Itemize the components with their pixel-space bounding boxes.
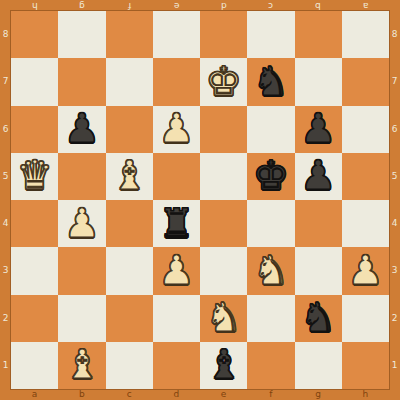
square-g5[interactable]: ♟ <box>295 153 342 200</box>
square-d4[interactable]: ♜ <box>153 200 200 247</box>
white-king[interactable]: ♚ <box>206 61 242 101</box>
coord-right-6: 6 <box>389 106 400 153</box>
square-e8[interactable] <box>200 11 247 58</box>
square-e4[interactable] <box>200 200 247 247</box>
square-c7[interactable] <box>106 58 153 105</box>
white-knight[interactable]: ♞ <box>253 250 289 290</box>
square-d3[interactable]: ♟ <box>153 247 200 294</box>
black-pawn[interactable]: ♟ <box>300 108 336 148</box>
square-a5[interactable]: ♛ <box>11 153 58 200</box>
white-pawn[interactable]: ♟ <box>64 203 100 243</box>
square-b7[interactable] <box>58 58 105 105</box>
white-bishop[interactable]: ♝ <box>64 344 100 384</box>
square-h5[interactable] <box>342 153 389 200</box>
square-a8[interactable] <box>11 11 58 58</box>
chess-board: ♚♞♟♟♟♛♝♚♟♟♜♟♞♟♞♞♝♝ <box>11 11 389 389</box>
square-f8[interactable] <box>247 11 294 58</box>
square-d5[interactable] <box>153 153 200 200</box>
square-h8[interactable] <box>342 11 389 58</box>
square-b1[interactable]: ♝ <box>58 342 105 389</box>
coord-top-g: g <box>58 0 105 11</box>
black-king[interactable]: ♚ <box>253 155 289 195</box>
coord-top-d: d <box>200 0 247 11</box>
coord-top-h: h <box>11 0 58 11</box>
coord-bottom-d: d <box>153 389 200 400</box>
square-d6[interactable]: ♟ <box>153 106 200 153</box>
square-f5[interactable]: ♚ <box>247 153 294 200</box>
coord-bottom-c: c <box>106 389 153 400</box>
square-f7[interactable]: ♞ <box>247 58 294 105</box>
square-d7[interactable] <box>153 58 200 105</box>
square-c5[interactable]: ♝ <box>106 153 153 200</box>
coord-right-5: 5 <box>389 153 400 200</box>
coord-bottom-g: g <box>295 389 342 400</box>
white-pawn[interactable]: ♟ <box>347 250 383 290</box>
coord-top-e: e <box>153 0 200 11</box>
square-b2[interactable] <box>58 295 105 342</box>
coord-bottom-b: b <box>58 389 105 400</box>
square-e3[interactable] <box>200 247 247 294</box>
square-a2[interactable] <box>11 295 58 342</box>
square-e5[interactable] <box>200 153 247 200</box>
black-knight[interactable]: ♞ <box>300 297 336 337</box>
square-c1[interactable] <box>106 342 153 389</box>
coord-left-5: 5 <box>0 153 11 200</box>
coord-top-b: b <box>295 0 342 11</box>
coord-right-4: 4 <box>389 200 400 247</box>
square-e1[interactable]: ♝ <box>200 342 247 389</box>
square-g3[interactable] <box>295 247 342 294</box>
coord-left-7: 7 <box>0 58 11 105</box>
square-a4[interactable] <box>11 200 58 247</box>
square-g4[interactable] <box>295 200 342 247</box>
square-b8[interactable] <box>58 11 105 58</box>
square-h6[interactable] <box>342 106 389 153</box>
white-pawn[interactable]: ♟ <box>158 250 194 290</box>
square-c3[interactable] <box>106 247 153 294</box>
square-d1[interactable] <box>153 342 200 389</box>
square-a7[interactable] <box>11 58 58 105</box>
square-c8[interactable] <box>106 11 153 58</box>
square-a3[interactable] <box>11 247 58 294</box>
square-d2[interactable] <box>153 295 200 342</box>
square-h2[interactable] <box>342 295 389 342</box>
square-h7[interactable] <box>342 58 389 105</box>
square-h3[interactable]: ♟ <box>342 247 389 294</box>
square-h4[interactable] <box>342 200 389 247</box>
square-f4[interactable] <box>247 200 294 247</box>
square-e7[interactable]: ♚ <box>200 58 247 105</box>
coord-right-8: 8 <box>389 11 400 58</box>
square-d8[interactable] <box>153 11 200 58</box>
chess-board-frame: ♚♞♟♟♟♛♝♚♟♟♜♟♞♟♞♞♝♝ hgfedcbaabcdefgh87654… <box>0 0 400 400</box>
square-c4[interactable] <box>106 200 153 247</box>
square-f3[interactable]: ♞ <box>247 247 294 294</box>
coord-left-6: 6 <box>0 106 11 153</box>
square-g1[interactable] <box>295 342 342 389</box>
coord-right-7: 7 <box>389 58 400 105</box>
square-a6[interactable] <box>11 106 58 153</box>
black-knight[interactable]: ♞ <box>253 61 289 101</box>
coord-left-3: 3 <box>0 247 11 294</box>
white-knight[interactable]: ♞ <box>206 297 242 337</box>
coord-right-1: 1 <box>389 342 400 389</box>
coord-bottom-e: e <box>200 389 247 400</box>
coord-top-f: f <box>106 0 153 11</box>
coord-left-1: 1 <box>0 342 11 389</box>
black-pawn[interactable]: ♟ <box>300 155 336 195</box>
square-g2[interactable]: ♞ <box>295 295 342 342</box>
coord-right-2: 2 <box>389 295 400 342</box>
coord-left-4: 4 <box>0 200 11 247</box>
square-g8[interactable] <box>295 11 342 58</box>
square-b4[interactable]: ♟ <box>58 200 105 247</box>
black-bishop[interactable]: ♝ <box>206 344 242 384</box>
black-rook[interactable]: ♜ <box>158 203 194 243</box>
square-e2[interactable]: ♞ <box>200 295 247 342</box>
square-b6[interactable]: ♟ <box>58 106 105 153</box>
coord-bottom-h: h <box>342 389 389 400</box>
square-c6[interactable] <box>106 106 153 153</box>
black-pawn[interactable]: ♟ <box>64 108 100 148</box>
coord-bottom-f: f <box>247 389 294 400</box>
square-c2[interactable] <box>106 295 153 342</box>
square-g7[interactable] <box>295 58 342 105</box>
coord-bottom-a: a <box>11 389 58 400</box>
white-bishop[interactable]: ♝ <box>111 155 147 195</box>
coord-top-c: c <box>247 0 294 11</box>
coord-left-2: 2 <box>0 295 11 342</box>
square-f1[interactable] <box>247 342 294 389</box>
square-g6[interactable]: ♟ <box>295 106 342 153</box>
square-b3[interactable] <box>58 247 105 294</box>
coord-top-a: a <box>342 0 389 11</box>
white-pawn[interactable]: ♟ <box>158 108 194 148</box>
coord-right-3: 3 <box>389 247 400 294</box>
square-b5[interactable] <box>58 153 105 200</box>
square-f6[interactable] <box>247 106 294 153</box>
white-queen[interactable]: ♛ <box>17 155 53 195</box>
square-f2[interactable] <box>247 295 294 342</box>
square-e6[interactable] <box>200 106 247 153</box>
square-a1[interactable] <box>11 342 58 389</box>
coord-left-8: 8 <box>0 11 11 58</box>
square-h1[interactable] <box>342 342 389 389</box>
